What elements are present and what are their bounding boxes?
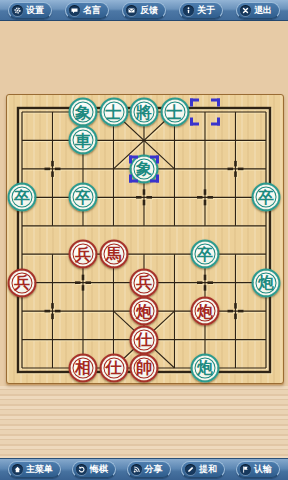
undo-icon	[76, 464, 87, 475]
piece-red-帥[interactable]: 帥	[130, 353, 159, 382]
piece-red-仕[interactable]: 仕	[99, 353, 128, 382]
pieces-layer: 象士將士車象卒卒卒兵馬卒兵兵炮炮炮仕相仕帥炮	[7, 95, 283, 383]
home-icon	[12, 464, 23, 475]
xiangqi-board[interactable]: 象士將士車象卒卒卒兵馬卒兵兵炮炮炮仕相仕帥炮	[6, 94, 284, 384]
pencil-icon	[185, 464, 196, 475]
exit-label: 退出	[254, 4, 272, 17]
offer-draw-label: 提和	[199, 463, 217, 476]
undo-move-button[interactable]: 悔棋	[72, 461, 116, 478]
piece-black-象[interactable]: 象	[130, 154, 159, 183]
envelope-icon	[126, 5, 137, 16]
settings-button[interactable]: 设置	[8, 2, 52, 19]
piece-red-相[interactable]: 相	[69, 353, 98, 382]
piece-black-士[interactable]: 士	[160, 98, 189, 127]
offer-draw-button[interactable]: 提和	[181, 461, 225, 478]
resign-label: 认输	[254, 463, 272, 476]
xiangqi-app-screen: { "game": "xiangqi", "position": { "fen"…	[0, 0, 288, 480]
piece-black-象[interactable]: 象	[69, 98, 98, 127]
piece-red-炮[interactable]: 炮	[130, 297, 159, 326]
piece-black-士[interactable]: 士	[99, 98, 128, 127]
settings-label: 设置	[26, 4, 44, 17]
bottom-toolbar: 主菜单 悔棋 分享 提和 认输	[0, 458, 288, 480]
piece-red-兵[interactable]: 兵	[69, 240, 98, 269]
piece-black-車[interactable]: 車	[69, 126, 98, 155]
info-icon	[183, 5, 194, 16]
piece-black-卒[interactable]: 卒	[252, 183, 281, 212]
flag-icon	[240, 464, 251, 475]
share-icon	[131, 464, 142, 475]
piece-red-馬[interactable]: 馬	[99, 240, 128, 269]
close-icon	[240, 5, 251, 16]
quotes-label: 名言	[83, 4, 101, 17]
piece-black-卒[interactable]: 卒	[8, 183, 37, 212]
feedback-button[interactable]: 反馈	[122, 2, 166, 19]
undo-move-label: 悔棋	[90, 463, 108, 476]
exit-button[interactable]: 退出	[236, 2, 280, 19]
piece-red-兵[interactable]: 兵	[130, 268, 159, 297]
gear-icon	[12, 5, 23, 16]
about-label: 关于	[197, 4, 215, 17]
share-label: 分享	[145, 463, 163, 476]
piece-black-炮[interactable]: 炮	[252, 268, 281, 297]
piece-red-炮[interactable]: 炮	[191, 297, 220, 326]
piece-red-兵[interactable]: 兵	[8, 268, 37, 297]
quotes-button[interactable]: 名言	[65, 2, 109, 19]
piece-red-仕[interactable]: 仕	[130, 325, 159, 354]
speech-bubble-icon	[69, 5, 80, 16]
feedback-label: 反馈	[140, 4, 158, 17]
piece-black-卒[interactable]: 卒	[191, 240, 220, 269]
piece-black-將[interactable]: 將	[130, 98, 159, 127]
resign-button[interactable]: 认输	[236, 461, 280, 478]
last-move-marker	[190, 99, 220, 126]
main-menu-button[interactable]: 主菜单	[8, 461, 61, 478]
share-button[interactable]: 分享	[127, 461, 171, 478]
main-menu-label: 主菜单	[26, 463, 53, 476]
piece-black-炮[interactable]: 炮	[191, 353, 220, 382]
about-button[interactable]: 关于	[179, 2, 223, 19]
piece-black-卒[interactable]: 卒	[69, 183, 98, 212]
wood-background-lower	[0, 386, 288, 458]
top-toolbar: 设置 名言 反馈 关于 退出	[0, 0, 288, 21]
